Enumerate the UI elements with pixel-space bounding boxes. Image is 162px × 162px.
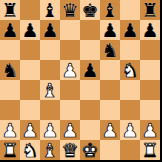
square-b8[interactable] (20, 0, 40, 20)
chess-board: ♜♝♛♚♝♜♟♟♟♟♟♟♞♞♟♟♞♝♟♟♟♟♟♟♟♜♞♝♛♚♜ (0, 0, 160, 160)
white-pawn[interactable]: ♟ (141, 120, 158, 140)
square-h1[interactable]: ♜ (140, 140, 160, 160)
square-b3[interactable] (20, 100, 40, 120)
square-a5[interactable]: ♞ (0, 60, 20, 80)
square-g5[interactable]: ♞ (120, 60, 140, 80)
square-b5[interactable] (20, 60, 40, 80)
square-a2[interactable]: ♟ (0, 120, 20, 140)
square-d7[interactable] (60, 20, 80, 40)
square-g4[interactable] (120, 80, 140, 100)
square-e3[interactable] (80, 100, 100, 120)
square-e2[interactable] (80, 120, 100, 140)
square-a7[interactable]: ♟ (0, 20, 20, 40)
square-d4[interactable] (60, 80, 80, 100)
square-e7[interactable] (80, 20, 100, 40)
square-a1[interactable]: ♜ (0, 140, 20, 160)
white-pawn[interactable]: ♟ (1, 120, 18, 140)
square-f5[interactable] (100, 60, 120, 80)
white-knight[interactable]: ♞ (21, 140, 38, 160)
black-pawn[interactable]: ♟ (1, 20, 18, 40)
white-bishop[interactable]: ♝ (41, 140, 58, 160)
square-d3[interactable] (60, 100, 80, 120)
white-pawn[interactable]: ♟ (21, 120, 38, 140)
black-knight[interactable]: ♞ (101, 40, 118, 60)
square-f7[interactable]: ♟ (100, 20, 120, 40)
square-h4[interactable] (140, 80, 160, 100)
black-pawn[interactable]: ♟ (101, 20, 118, 40)
white-king[interactable]: ♚ (81, 140, 98, 160)
white-pawn[interactable]: ♟ (61, 120, 78, 140)
square-f8[interactable]: ♝ (100, 0, 120, 20)
square-b7[interactable]: ♟ (20, 20, 40, 40)
square-f3[interactable] (100, 100, 120, 120)
white-pawn[interactable]: ♟ (101, 120, 118, 140)
white-bishop[interactable]: ♝ (41, 80, 58, 100)
square-b6[interactable] (20, 40, 40, 60)
square-f4[interactable] (100, 80, 120, 100)
white-pawn[interactable]: ♟ (41, 120, 58, 140)
square-h5[interactable] (140, 60, 160, 80)
black-king[interactable]: ♚ (81, 0, 98, 20)
square-a6[interactable] (0, 40, 20, 60)
square-c7[interactable]: ♟ (40, 20, 60, 40)
square-g2[interactable]: ♟ (120, 120, 140, 140)
black-pawn[interactable]: ♟ (81, 60, 98, 80)
black-queen[interactable]: ♛ (61, 0, 78, 20)
square-e1[interactable]: ♚ (80, 140, 100, 160)
square-c3[interactable] (40, 100, 60, 120)
square-e4[interactable] (80, 80, 100, 100)
square-d6[interactable] (60, 40, 80, 60)
black-pawn[interactable]: ♟ (41, 20, 58, 40)
square-c1[interactable]: ♝ (40, 140, 60, 160)
white-rook[interactable]: ♜ (141, 140, 158, 160)
square-g7[interactable]: ♟ (120, 20, 140, 40)
square-h8[interactable]: ♜ (140, 0, 160, 20)
black-rook[interactable]: ♜ (141, 0, 158, 20)
square-c2[interactable]: ♟ (40, 120, 60, 140)
square-d5[interactable]: ♟ (60, 60, 80, 80)
square-g3[interactable] (120, 100, 140, 120)
square-g6[interactable] (120, 40, 140, 60)
square-h3[interactable] (140, 100, 160, 120)
square-h6[interactable] (140, 40, 160, 60)
square-d1[interactable]: ♛ (60, 140, 80, 160)
square-f1[interactable] (100, 140, 120, 160)
black-pawn[interactable]: ♟ (21, 20, 38, 40)
square-e6[interactable] (80, 40, 100, 60)
white-pawn[interactable]: ♟ (121, 120, 138, 140)
black-pawn[interactable]: ♟ (121, 20, 138, 40)
square-h7[interactable]: ♟ (140, 20, 160, 40)
square-c8[interactable]: ♝ (40, 0, 60, 20)
white-queen[interactable]: ♛ (61, 140, 78, 160)
square-g1[interactable] (120, 140, 140, 160)
white-pawn[interactable]: ♟ (61, 60, 78, 80)
square-b2[interactable]: ♟ (20, 120, 40, 140)
black-rook[interactable]: ♜ (1, 0, 18, 20)
black-pawn[interactable]: ♟ (141, 20, 158, 40)
white-rook[interactable]: ♜ (1, 140, 18, 160)
square-a3[interactable] (0, 100, 20, 120)
square-a8[interactable]: ♜ (0, 0, 20, 20)
square-b4[interactable] (20, 80, 40, 100)
white-knight[interactable]: ♞ (121, 60, 138, 80)
black-bishop[interactable]: ♝ (41, 0, 58, 20)
square-d2[interactable]: ♟ (60, 120, 80, 140)
black-bishop[interactable]: ♝ (101, 0, 118, 20)
square-a4[interactable] (0, 80, 20, 100)
square-h2[interactable]: ♟ (140, 120, 160, 140)
square-g8[interactable] (120, 0, 140, 20)
square-c5[interactable] (40, 60, 60, 80)
square-f2[interactable]: ♟ (100, 120, 120, 140)
square-c6[interactable] (40, 40, 60, 60)
square-e8[interactable]: ♚ (80, 0, 100, 20)
square-c4[interactable]: ♝ (40, 80, 60, 100)
square-d8[interactable]: ♛ (60, 0, 80, 20)
square-e5[interactable]: ♟ (80, 60, 100, 80)
black-knight[interactable]: ♞ (1, 60, 18, 80)
square-b1[interactable]: ♞ (20, 140, 40, 160)
square-f6[interactable]: ♞ (100, 40, 120, 60)
